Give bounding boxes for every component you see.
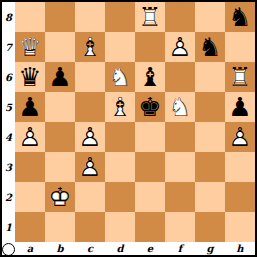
black-pawn-icon: ♟ (15, 92, 45, 122)
file-label-a: a (15, 242, 45, 255)
file-label-b: b (45, 242, 75, 255)
piece-black-pawn[interactable]: ♟ (225, 92, 255, 122)
piece-white-knight[interactable]: ♞♘ (165, 92, 195, 122)
file-label-c: c (75, 242, 105, 255)
square-h8[interactable]: ♞ (225, 2, 255, 32)
square-f5[interactable]: ♞♘ (165, 92, 195, 122)
square-e6[interactable]: ♝ (135, 62, 165, 92)
square-h4[interactable]: ♟♙ (225, 122, 255, 152)
square-h2[interactable] (225, 182, 255, 212)
black-pawn-icon: ♟ (225, 92, 255, 122)
square-e7[interactable] (135, 32, 165, 62)
square-d1[interactable] (105, 212, 135, 242)
white-rook-icon: ♖ (135, 2, 165, 32)
square-d3[interactable] (105, 152, 135, 182)
square-c8[interactable] (75, 2, 105, 32)
file-label-e: e (135, 242, 165, 255)
piece-white-rook[interactable]: ♜♖ (135, 2, 165, 32)
square-f3[interactable] (165, 152, 195, 182)
piece-black-bishop[interactable]: ♝ (135, 62, 165, 92)
black-knight-icon: ♞ (225, 2, 255, 32)
chess-diagram: 87654321 ♜♖♞♛♕♝♗♟♙♞♛♟♞♘♝♜♖♟♝♗♚♞♘♟♟♙♟♙♟♙♟… (0, 0, 257, 257)
rank-label-8: 8 (2, 2, 15, 32)
white-pawn-icon: ♙ (225, 122, 255, 152)
file-label-f: f (165, 242, 195, 255)
piece-black-knight[interactable]: ♞ (195, 32, 225, 62)
piece-black-pawn[interactable]: ♟ (15, 92, 45, 122)
square-d7[interactable] (105, 32, 135, 62)
square-d6[interactable]: ♞♘ (105, 62, 135, 92)
black-queen-icon: ♛ (15, 62, 45, 92)
square-h3[interactable] (225, 152, 255, 182)
square-b7[interactable] (45, 32, 75, 62)
piece-white-queen[interactable]: ♛♕ (15, 32, 45, 62)
white-pawn-icon: ♙ (75, 122, 105, 152)
square-c6[interactable] (75, 62, 105, 92)
chess-board: ♜♖♞♛♕♝♗♟♙♞♛♟♞♘♝♜♖♟♝♗♚♞♘♟♟♙♟♙♟♙♟♙♚♔ (15, 2, 255, 242)
file-label-d: d (105, 242, 135, 255)
black-bishop-icon: ♝ (135, 62, 165, 92)
square-c1[interactable] (75, 212, 105, 242)
white-queen-icon: ♕ (15, 32, 45, 62)
square-f2[interactable] (165, 182, 195, 212)
square-e2[interactable] (135, 182, 165, 212)
square-c3[interactable]: ♟♙ (75, 152, 105, 182)
square-b2[interactable]: ♚♔ (45, 182, 75, 212)
piece-white-king[interactable]: ♚♔ (45, 182, 75, 212)
square-f7[interactable]: ♟♙ (165, 32, 195, 62)
rank-label-1: 1 (2, 212, 15, 242)
rank-label-3: 3 (2, 152, 15, 182)
square-a1[interactable] (15, 212, 45, 242)
square-b5[interactable] (45, 92, 75, 122)
rank-label-4: 4 (2, 122, 15, 152)
piece-white-pawn[interactable]: ♟♙ (75, 122, 105, 152)
file-label-h: h (225, 242, 255, 255)
square-g4[interactable] (195, 122, 225, 152)
rank-labels: 87654321 (2, 2, 15, 242)
square-a2[interactable] (15, 182, 45, 212)
square-b6[interactable]: ♟ (45, 62, 75, 92)
white-knight-icon: ♘ (105, 62, 135, 92)
square-g5[interactable] (195, 92, 225, 122)
square-c7[interactable]: ♝♗ (75, 32, 105, 62)
square-f8[interactable] (165, 2, 195, 32)
square-f4[interactable] (165, 122, 195, 152)
piece-white-pawn[interactable]: ♟♙ (165, 32, 195, 62)
piece-white-pawn[interactable]: ♟♙ (225, 122, 255, 152)
square-g2[interactable] (195, 182, 225, 212)
square-a4[interactable]: ♟♙ (15, 122, 45, 152)
square-g7[interactable]: ♞ (195, 32, 225, 62)
black-king-icon: ♚ (135, 92, 165, 122)
white-pawn-icon: ♙ (75, 152, 105, 182)
square-d4[interactable] (105, 122, 135, 152)
piece-black-queen[interactable]: ♛ (15, 62, 45, 92)
square-d8[interactable] (105, 2, 135, 32)
square-b3[interactable] (45, 152, 75, 182)
file-labels: abcdefgh (15, 242, 255, 255)
square-h6[interactable]: ♜♖ (225, 62, 255, 92)
rank-label-7: 7 (2, 32, 15, 62)
square-h7[interactable] (225, 32, 255, 62)
white-pawn-icon: ♙ (165, 32, 195, 62)
piece-black-pawn[interactable]: ♟ (45, 62, 75, 92)
square-a5[interactable]: ♟ (15, 92, 45, 122)
white-bishop-icon: ♗ (105, 92, 135, 122)
piece-black-king[interactable]: ♚ (135, 92, 165, 122)
square-b1[interactable] (45, 212, 75, 242)
diagram-layout: 87654321 ♜♖♞♛♕♝♗♟♙♞♛♟♞♘♝♜♖♟♝♗♚♞♘♟♟♙♟♙♟♙♟… (2, 2, 255, 255)
square-b8[interactable] (45, 2, 75, 32)
white-circle-icon (2, 243, 15, 256)
square-c4[interactable]: ♟♙ (75, 122, 105, 152)
square-h5[interactable]: ♟ (225, 92, 255, 122)
turn-indicator (2, 242, 15, 255)
square-c5[interactable] (75, 92, 105, 122)
white-pawn-icon: ♙ (15, 122, 45, 152)
square-g1[interactable] (195, 212, 225, 242)
piece-white-pawn[interactable]: ♟♙ (15, 122, 45, 152)
white-knight-icon: ♘ (165, 92, 195, 122)
white-king-icon: ♔ (45, 182, 75, 212)
file-label-g: g (195, 242, 225, 255)
square-g8[interactable] (195, 2, 225, 32)
piece-white-pawn[interactable]: ♟♙ (75, 152, 105, 182)
white-bishop-icon: ♗ (75, 32, 105, 62)
square-a3[interactable] (15, 152, 45, 182)
piece-white-rook[interactable]: ♜♖ (225, 62, 255, 92)
square-a6[interactable]: ♛ (15, 62, 45, 92)
piece-white-bishop[interactable]: ♝♗ (105, 92, 135, 122)
square-f6[interactable] (165, 62, 195, 92)
square-e8[interactable]: ♜♖ (135, 2, 165, 32)
square-e1[interactable] (135, 212, 165, 242)
piece-white-knight[interactable]: ♞♘ (105, 62, 135, 92)
square-d5[interactable]: ♝♗ (105, 92, 135, 122)
square-h1[interactable] (225, 212, 255, 242)
black-pawn-icon: ♟ (45, 62, 75, 92)
white-rook-icon: ♖ (225, 62, 255, 92)
piece-white-bishop[interactable]: ♝♗ (75, 32, 105, 62)
square-g3[interactable] (195, 152, 225, 182)
square-a7[interactable]: ♛♕ (15, 32, 45, 62)
square-g6[interactable] (195, 62, 225, 92)
square-d2[interactable] (105, 182, 135, 212)
square-e5[interactable]: ♚ (135, 92, 165, 122)
black-knight-icon: ♞ (195, 32, 225, 62)
piece-black-knight[interactable]: ♞ (225, 2, 255, 32)
square-a8[interactable] (15, 2, 45, 32)
rank-label-5: 5 (2, 92, 15, 122)
square-f1[interactable] (165, 212, 195, 242)
rank-label-2: 2 (2, 182, 15, 212)
square-e3[interactable] (135, 152, 165, 182)
square-e4[interactable] (135, 122, 165, 152)
square-c2[interactable] (75, 182, 105, 212)
rank-label-6: 6 (2, 62, 15, 92)
square-b4[interactable] (45, 122, 75, 152)
